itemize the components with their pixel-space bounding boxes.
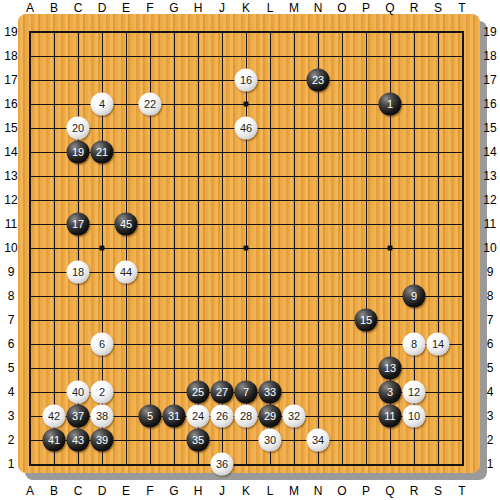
move-number: 8	[411, 339, 417, 350]
move-number: 18	[72, 267, 84, 278]
stone-white-2: 2	[91, 381, 114, 404]
coord-label: Q	[385, 484, 394, 498]
coord-label: 14	[483, 145, 496, 159]
coord-label: H	[194, 1, 203, 15]
move-number: 24	[192, 411, 204, 422]
coord-label: 11	[484, 217, 496, 231]
stone-black-15: 15	[355, 309, 378, 332]
coord-label: 16	[483, 97, 496, 111]
coord-label: N	[314, 1, 323, 15]
move-number: 21	[96, 147, 108, 158]
coord-label: J	[219, 484, 225, 498]
coord-label: 13	[4, 169, 17, 183]
move-number: 2	[99, 387, 105, 398]
stone-white-38: 38	[91, 405, 114, 428]
move-number: 5	[147, 411, 153, 422]
coord-label: 19	[483, 25, 496, 39]
stone-black-21: 21	[91, 141, 114, 164]
stone-white-24: 24	[187, 405, 210, 428]
stone-black-7: 7	[235, 381, 258, 404]
move-number: 14	[432, 339, 444, 350]
move-number: 28	[240, 411, 252, 422]
coord-label: 2	[487, 433, 494, 447]
move-number: 40	[72, 387, 84, 398]
coord-label: A	[26, 484, 34, 498]
move-number: 17	[72, 219, 84, 230]
move-number: 43	[72, 435, 84, 446]
star-point	[244, 102, 249, 107]
coord-label: 8	[8, 289, 15, 303]
coord-label: D	[98, 484, 107, 498]
coord-label: G	[169, 484, 178, 498]
move-number: 25	[192, 387, 204, 398]
move-number: 19	[72, 147, 84, 158]
coord-label: D	[98, 1, 107, 15]
stone-black-39: 39	[91, 429, 114, 452]
coord-label: 15	[4, 121, 17, 135]
move-number: 6	[99, 339, 105, 350]
goban: 1234567891011121314151617181920212223242…	[18, 14, 480, 473]
coord-label: R	[410, 484, 419, 498]
stone-black-37: 37	[67, 405, 90, 428]
coord-label: 12	[4, 193, 17, 207]
coord-label: 6	[487, 337, 494, 351]
coord-label: O	[337, 484, 346, 498]
move-number: 30	[264, 435, 276, 446]
stone-white-36: 36	[211, 453, 234, 476]
board-grid[interactable]: 1234567891011121314151617181920212223242…	[30, 32, 463, 465]
coord-label: 17	[4, 73, 17, 87]
coord-label: F	[146, 1, 153, 15]
coord-label: A	[26, 1, 34, 15]
move-number: 23	[312, 75, 324, 86]
stone-white-6: 6	[91, 333, 114, 356]
move-number: 20	[72, 123, 84, 134]
move-number: 38	[96, 411, 108, 422]
move-number: 10	[408, 411, 420, 422]
move-number: 27	[216, 387, 228, 398]
coord-label: 12	[483, 193, 496, 207]
coord-label: 7	[487, 313, 494, 327]
stone-black-9: 9	[403, 285, 426, 308]
coord-label: 3	[487, 409, 494, 423]
coord-label: 11	[5, 217, 17, 231]
coord-label: 18	[483, 49, 496, 63]
coord-label: 9	[8, 265, 15, 279]
coord-label: 10	[4, 241, 17, 255]
move-number: 12	[408, 387, 420, 398]
coord-label: 1	[8, 457, 15, 471]
stone-black-25: 25	[187, 381, 210, 404]
stone-black-13: 13	[379, 357, 402, 380]
stone-black-41: 41	[43, 429, 66, 452]
stone-black-5: 5	[139, 405, 162, 428]
move-number: 1	[387, 99, 393, 110]
move-number: 46	[240, 123, 252, 134]
coord-label: 6	[8, 337, 15, 351]
coord-label: 8	[487, 289, 494, 303]
move-number: 33	[264, 387, 276, 398]
move-number: 3	[387, 387, 393, 398]
move-number: 36	[216, 459, 228, 470]
coord-label: P	[362, 484, 370, 498]
coord-label: 16	[4, 97, 17, 111]
stone-white-10: 10	[403, 405, 426, 428]
coord-label: K	[242, 484, 250, 498]
coord-label: H	[194, 484, 203, 498]
coord-label: C	[74, 484, 83, 498]
stone-white-22: 22	[139, 93, 162, 116]
coord-label: B	[50, 484, 58, 498]
stone-black-19: 19	[67, 141, 90, 164]
coord-label: S	[434, 1, 442, 15]
coord-label: 7	[8, 313, 15, 327]
move-number: 35	[192, 435, 204, 446]
stone-white-34: 34	[307, 429, 330, 452]
stone-black-33: 33	[259, 381, 282, 404]
coord-label: P	[362, 1, 370, 15]
coord-label: O	[337, 1, 346, 15]
coord-label: C	[74, 1, 83, 15]
coord-label: 13	[483, 169, 496, 183]
coord-label: 19	[4, 25, 17, 39]
move-number: 7	[243, 387, 249, 398]
coord-label: M	[289, 484, 299, 498]
stone-white-4: 4	[91, 93, 114, 116]
stone-black-23: 23	[307, 69, 330, 92]
coord-label: 9	[487, 265, 494, 279]
stone-white-46: 46	[235, 117, 258, 140]
coord-label: L	[267, 1, 274, 15]
stone-white-16: 16	[235, 69, 258, 92]
coord-label: 5	[8, 361, 15, 375]
move-number: 41	[48, 435, 60, 446]
coord-label: 3	[8, 409, 15, 423]
stone-white-28: 28	[235, 405, 258, 428]
coord-label: 5	[487, 361, 494, 375]
coord-label: G	[169, 1, 178, 15]
coord-label: 2	[8, 433, 15, 447]
coord-label: 18	[4, 49, 17, 63]
stone-black-3: 3	[379, 381, 402, 404]
move-number: 9	[411, 291, 417, 302]
star-point	[388, 246, 393, 251]
move-number: 15	[360, 315, 372, 326]
coord-label: 1	[487, 457, 494, 471]
move-number: 31	[168, 411, 180, 422]
stone-white-26: 26	[211, 405, 234, 428]
move-number: 29	[264, 411, 276, 422]
stone-white-32: 32	[283, 405, 306, 428]
move-number: 37	[72, 411, 84, 422]
stone-white-14: 14	[427, 333, 450, 356]
coord-label: J	[219, 1, 225, 15]
move-number: 13	[384, 363, 396, 374]
coord-label: Q	[385, 1, 394, 15]
stone-white-42: 42	[43, 405, 66, 428]
star-point	[100, 246, 105, 251]
stone-white-20: 20	[67, 117, 90, 140]
coord-label: 10	[483, 241, 496, 255]
stone-white-18: 18	[67, 261, 90, 284]
move-number: 34	[312, 435, 324, 446]
coord-label: T	[458, 484, 465, 498]
stone-white-44: 44	[115, 261, 138, 284]
move-number: 44	[120, 267, 132, 278]
coord-label: R	[410, 1, 419, 15]
stone-black-45: 45	[115, 213, 138, 236]
coord-label: M	[289, 1, 299, 15]
stone-black-11: 11	[379, 405, 402, 428]
coord-label: L	[267, 484, 274, 498]
coord-label: S	[434, 484, 442, 498]
stone-white-40: 40	[67, 381, 90, 404]
stone-black-17: 17	[67, 213, 90, 236]
move-number: 32	[288, 411, 300, 422]
move-number: 26	[216, 411, 228, 422]
stone-black-27: 27	[211, 381, 234, 404]
coord-label: 14	[4, 145, 17, 159]
coord-label: 4	[487, 385, 494, 399]
move-number: 45	[120, 219, 132, 230]
move-number: 11	[384, 411, 395, 422]
stone-black-1: 1	[379, 93, 402, 116]
coord-label: K	[242, 1, 250, 15]
stone-black-31: 31	[163, 405, 186, 428]
stone-white-12: 12	[403, 381, 426, 404]
move-number: 42	[48, 411, 60, 422]
star-point	[244, 246, 249, 251]
move-number: 4	[99, 99, 105, 110]
stone-white-30: 30	[259, 429, 282, 452]
stone-white-8: 8	[403, 333, 426, 356]
stone-black-43: 43	[67, 429, 90, 452]
go-board-diagram: 1234567891011121314151617181920212223242…	[0, 0, 500, 500]
coord-label: B	[50, 1, 58, 15]
stone-black-29: 29	[259, 405, 282, 428]
coord-label: N	[314, 484, 323, 498]
coord-label: F	[146, 484, 153, 498]
move-number: 22	[144, 99, 156, 110]
coord-label: 15	[483, 121, 496, 135]
move-number: 16	[240, 75, 252, 86]
move-number: 39	[96, 435, 108, 446]
coord-label: T	[458, 1, 465, 15]
coord-label: E	[122, 484, 130, 498]
coord-label: 4	[8, 385, 15, 399]
coord-label: E	[122, 1, 130, 15]
stone-black-35: 35	[187, 429, 210, 452]
coord-label: 17	[483, 73, 496, 87]
